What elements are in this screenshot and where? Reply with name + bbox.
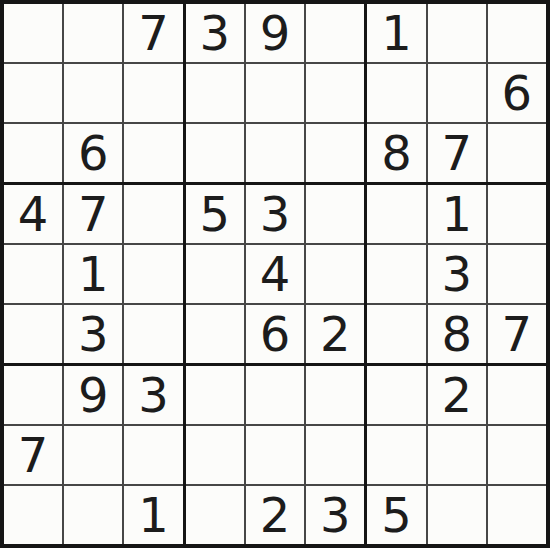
given-digit: 3 xyxy=(78,310,109,358)
cell-r7c4[interactable] xyxy=(186,366,244,424)
cell-r6c6[interactable]: 2 xyxy=(306,305,364,363)
cell-r3c1[interactable] xyxy=(4,124,62,182)
given-digit: 2 xyxy=(260,491,291,539)
cell-r8c8[interactable] xyxy=(428,426,486,484)
cell-r5c6[interactable] xyxy=(306,245,364,303)
given-digit: 5 xyxy=(199,190,230,238)
given-digit: 7 xyxy=(138,9,169,57)
cell-r4c5[interactable]: 3 xyxy=(246,185,304,243)
cell-r3c8[interactable]: 7 xyxy=(428,124,486,182)
cell-r4c3[interactable] xyxy=(124,185,182,243)
given-digit: 8 xyxy=(441,310,472,358)
cell-r1c1[interactable] xyxy=(4,4,62,62)
cell-r9c8[interactable] xyxy=(428,486,486,544)
cell-r7c2[interactable]: 9 xyxy=(64,366,122,424)
cell-r8c3[interactable] xyxy=(124,426,182,484)
given-digit: 3 xyxy=(260,190,291,238)
cell-r9c7[interactable]: 5 xyxy=(367,486,425,544)
cell-r9c2[interactable] xyxy=(64,486,122,544)
cell-r4c8[interactable]: 1 xyxy=(428,185,486,243)
box-0-1: 39 xyxy=(186,4,365,182)
cell-r6c2[interactable]: 3 xyxy=(64,305,122,363)
cell-r7c7[interactable] xyxy=(367,366,425,424)
cell-r4c6[interactable] xyxy=(306,185,364,243)
cell-r2c9[interactable]: 6 xyxy=(488,64,546,122)
given-digit: 1 xyxy=(138,491,169,539)
cell-r1c3[interactable]: 7 xyxy=(124,4,182,62)
cell-r1c4[interactable]: 3 xyxy=(186,4,244,62)
cell-r5c3[interactable] xyxy=(124,245,182,303)
cell-r2c8[interactable] xyxy=(428,64,486,122)
given-digit: 6 xyxy=(260,310,291,358)
box-0-2: 1687 xyxy=(367,4,546,182)
cell-r1c7[interactable]: 1 xyxy=(367,4,425,62)
cell-r6c4[interactable] xyxy=(186,305,244,363)
cell-r5c1[interactable] xyxy=(4,245,62,303)
given-digit: 2 xyxy=(320,310,351,358)
cell-r5c2[interactable]: 1 xyxy=(64,245,122,303)
given-digit: 5 xyxy=(381,491,412,539)
given-digit: 9 xyxy=(78,371,109,419)
cell-r6c5[interactable]: 6 xyxy=(246,305,304,363)
cell-r4c1[interactable]: 4 xyxy=(4,185,62,243)
given-digit: 9 xyxy=(260,9,291,57)
given-digit: 7 xyxy=(441,129,472,177)
box-1-1: 53462 xyxy=(186,185,365,363)
given-digit: 4 xyxy=(260,250,291,298)
cell-r7c3[interactable]: 3 xyxy=(124,366,182,424)
given-digit: 1 xyxy=(441,190,472,238)
box-2-2: 25 xyxy=(367,366,546,544)
cell-r9c4[interactable] xyxy=(186,486,244,544)
cell-r3c4[interactable] xyxy=(186,124,244,182)
cell-r7c8[interactable]: 2 xyxy=(428,366,486,424)
cell-r3c9[interactable] xyxy=(488,124,546,182)
cell-r8c1[interactable]: 7 xyxy=(4,426,62,484)
cell-r9c6[interactable]: 3 xyxy=(306,486,364,544)
cell-r8c6[interactable] xyxy=(306,426,364,484)
given-digit: 7 xyxy=(18,431,49,479)
box-0-0: 76 xyxy=(4,4,183,182)
box-2-1: 23 xyxy=(186,366,365,544)
cell-r9c9[interactable] xyxy=(488,486,546,544)
cell-r8c4[interactable] xyxy=(186,426,244,484)
cell-r3c7[interactable]: 8 xyxy=(367,124,425,182)
cell-r1c9[interactable] xyxy=(488,4,546,62)
cell-r7c6[interactable] xyxy=(306,366,364,424)
given-digit: 7 xyxy=(502,310,533,358)
cell-r2c5[interactable] xyxy=(246,64,304,122)
cell-r2c4[interactable] xyxy=(186,64,244,122)
box-1-0: 4713 xyxy=(4,185,183,363)
cell-r6c7[interactable] xyxy=(367,305,425,363)
given-digit: 7 xyxy=(78,190,109,238)
cell-r5c7[interactable] xyxy=(367,245,425,303)
cell-r2c7[interactable] xyxy=(367,64,425,122)
cell-r6c1[interactable] xyxy=(4,305,62,363)
cell-r6c8[interactable]: 8 xyxy=(428,305,486,363)
cell-r4c7[interactable] xyxy=(367,185,425,243)
cell-r8c9[interactable] xyxy=(488,426,546,484)
given-digit: 6 xyxy=(502,69,533,117)
cell-r3c5[interactable] xyxy=(246,124,304,182)
cell-r7c9[interactable] xyxy=(488,366,546,424)
given-digit: 4 xyxy=(18,190,49,238)
cell-r9c3[interactable]: 1 xyxy=(124,486,182,544)
cell-r8c2[interactable] xyxy=(64,426,122,484)
given-digit: 3 xyxy=(441,250,472,298)
cell-r1c2[interactable] xyxy=(64,4,122,62)
given-digit: 2 xyxy=(441,371,472,419)
cell-r5c8[interactable]: 3 xyxy=(428,245,486,303)
cell-r2c1[interactable] xyxy=(4,64,62,122)
cell-r1c6[interactable] xyxy=(306,4,364,62)
cell-r3c2[interactable]: 6 xyxy=(64,124,122,182)
given-digit: 3 xyxy=(138,371,169,419)
cell-r5c4[interactable] xyxy=(186,245,244,303)
given-digit: 1 xyxy=(78,250,109,298)
cell-r9c5[interactable]: 2 xyxy=(246,486,304,544)
given-digit: 1 xyxy=(381,9,412,57)
cell-r8c5[interactable] xyxy=(246,426,304,484)
cell-r4c9[interactable] xyxy=(488,185,546,243)
cell-r8c7[interactable] xyxy=(367,426,425,484)
given-digit: 3 xyxy=(320,491,351,539)
cell-r5c9[interactable] xyxy=(488,245,546,303)
box-2-0: 9371 xyxy=(4,366,183,544)
cell-r4c2[interactable]: 7 xyxy=(64,185,122,243)
cell-r1c8[interactable] xyxy=(428,4,486,62)
cell-r4c4[interactable]: 5 xyxy=(186,185,244,243)
given-digit: 6 xyxy=(78,129,109,177)
cell-r5c5[interactable]: 4 xyxy=(246,245,304,303)
sudoku-board: 76391687471353462138793712325 xyxy=(0,0,550,548)
cell-r9c1[interactable] xyxy=(4,486,62,544)
cell-r6c3[interactable] xyxy=(124,305,182,363)
cell-r2c2[interactable] xyxy=(64,64,122,122)
cell-r7c5[interactable] xyxy=(246,366,304,424)
given-digit: 8 xyxy=(381,129,412,177)
box-1-2: 1387 xyxy=(367,185,546,363)
cell-r3c3[interactable] xyxy=(124,124,182,182)
cell-r3c6[interactable] xyxy=(306,124,364,182)
cell-r6c9[interactable]: 7 xyxy=(488,305,546,363)
cell-r7c1[interactable] xyxy=(4,366,62,424)
cell-r1c5[interactable]: 9 xyxy=(246,4,304,62)
given-digit: 3 xyxy=(199,9,230,57)
cell-r2c6[interactable] xyxy=(306,64,364,122)
cell-r2c3[interactable] xyxy=(124,64,182,122)
